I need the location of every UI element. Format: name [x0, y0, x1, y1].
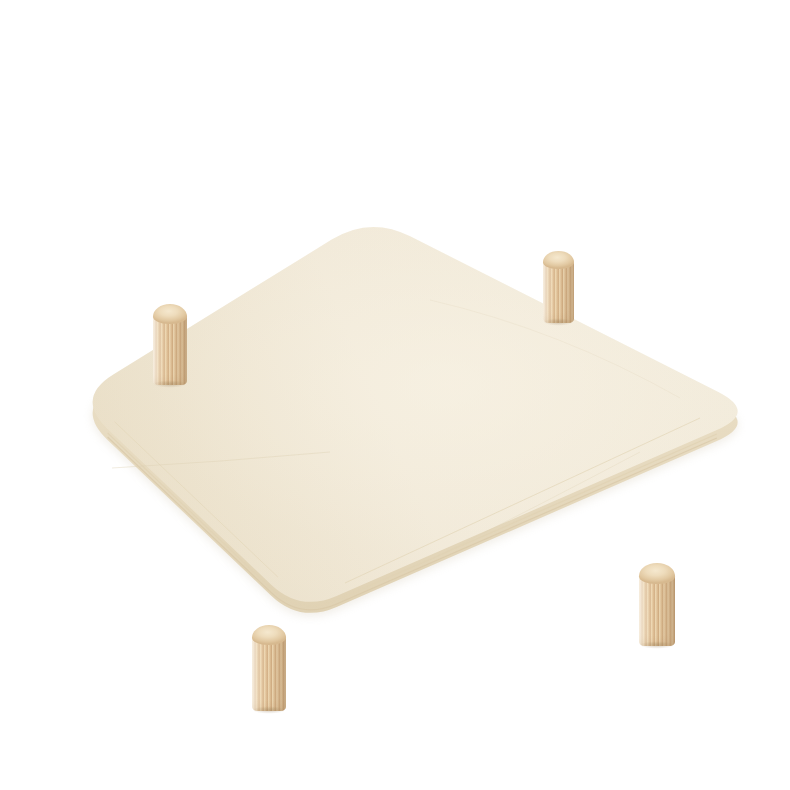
- pegboard-photo-stage: [0, 0, 790, 790]
- peg-r0-c0[interactable]: [153, 305, 187, 385]
- peg-r1-c1[interactable]: [639, 564, 675, 646]
- board-top-highlight: [93, 227, 738, 602]
- peg-r0-c1[interactable]: [543, 252, 574, 323]
- pegboard-base: [0, 0, 790, 790]
- peg-r1-c0[interactable]: [252, 626, 286, 711]
